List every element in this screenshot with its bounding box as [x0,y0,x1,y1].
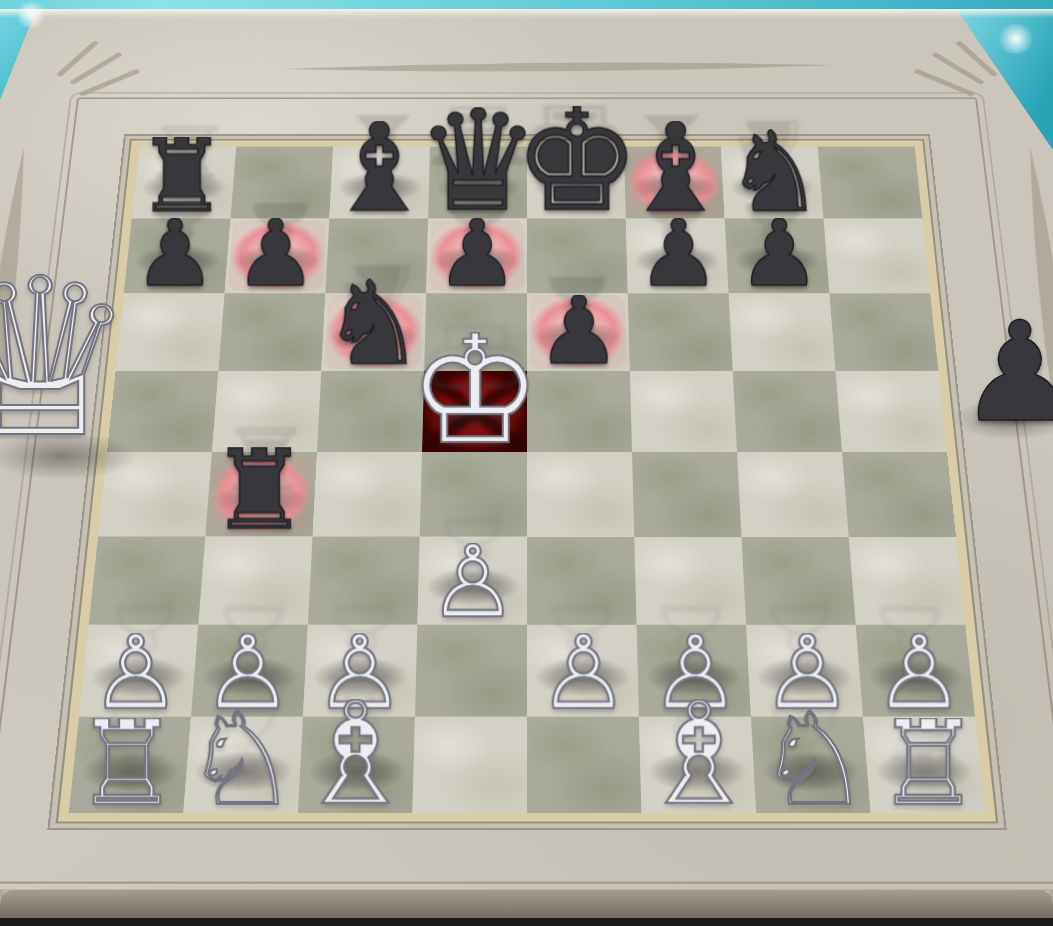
square-e6[interactable]: ♟♟ [527,293,630,371]
table-glint-right [996,24,1036,54]
square-d7[interactable]: ♟♟ [426,218,527,293]
background-top-strip [0,0,1053,9]
black-pawn-piece[interactable]: ♟ [234,218,317,290]
square-c1[interactable]: ♗♗ [298,717,415,813]
white-pawn-piece[interactable]: ♙ [537,633,629,713]
square-f1[interactable]: ♗♗ [639,717,756,813]
square-a7[interactable]: ♟♟ [124,218,231,293]
square-f7[interactable]: ♟♟ [626,218,729,293]
square-g5[interactable] [733,371,842,452]
square-b3[interactable] [198,537,312,625]
board-frame: ♜♜♝♝♛♛♚♚♝♝♞♞♟♟♟♟♟♟♟♟♟♟♞♞♟♟♔♔♜♜♙♙♙♙♙♙♙♙♙♙… [56,139,999,823]
table-glint-left [14,2,48,28]
square-h6[interactable] [829,293,938,371]
black-pawn-piece[interactable]: ♟ [435,218,518,290]
game-table: ♜♜♝♝♛♛♚♚♝♝♞♞♟♟♟♟♟♟♟♟♟♟♞♞♟♟♔♔♜♜♙♙♙♙♙♙♙♙♙♙… [0,0,1053,926]
square-b7[interactable]: ♟♟ [225,218,330,293]
square-d3[interactable]: ♙♙ [417,537,527,625]
table-top-bevel [0,9,1053,18]
table-under-shadow [0,918,1053,926]
square-d1[interactable] [412,717,527,813]
table-front-edge [0,890,1053,920]
square-g3[interactable] [741,537,855,625]
square-g4[interactable] [737,452,849,537]
chess-board: ♜♜♝♝♛♛♚♚♝♝♞♞♟♟♟♟♟♟♟♟♟♟♞♞♟♟♔♔♜♜♙♙♙♙♙♙♙♙♙♙… [69,147,985,814]
square-d2[interactable] [415,625,527,717]
square-g6[interactable] [729,293,836,371]
white-bishop-piece[interactable]: ♗ [292,699,419,810]
square-f3[interactable] [634,537,746,625]
square-d5[interactable]: ♔♔ [422,371,527,452]
white-pawn-piece[interactable]: ♙ [427,543,517,621]
square-f5[interactable] [630,371,737,452]
square-e2[interactable]: ♙♙ [527,625,639,717]
square-h4[interactable] [842,452,956,537]
black-rook-piece[interactable]: ♜ [210,447,309,533]
black-pawn-piece[interactable]: ♟ [536,295,620,368]
square-b1[interactable]: ♘♘ [183,717,303,813]
square-h3[interactable] [849,537,966,625]
white-knight-piece[interactable]: ♘ [755,709,870,809]
captured-white-queen: ♕ [0,272,137,922]
square-e4[interactable] [527,452,634,537]
square-e5[interactable] [527,371,632,452]
square-h8[interactable] [818,147,923,219]
black-pawn-piece[interactable]: ♟ [738,218,821,290]
square-f6[interactable] [628,293,733,371]
square-c4[interactable] [313,452,422,537]
captured-black-pawn: ♟ [958,318,1053,922]
square-b4[interactable]: ♜♜ [205,452,317,537]
square-c3[interactable] [308,537,420,625]
square-f4[interactable] [632,452,741,537]
white-bishop-piece[interactable]: ♗ [635,699,762,810]
square-h5[interactable] [836,371,947,452]
game-window: ♜♜♝♝♛♛♚♚♝♝♞♞♟♟♟♟♟♟♟♟♟♟♞♞♟♟♔♔♜♜♙♙♙♙♙♙♙♙♙♙… [0,0,1053,926]
black-pawn-piece[interactable]: ♟ [637,218,720,290]
square-h7[interactable] [823,218,930,293]
square-b6[interactable] [218,293,325,371]
scene-3d: ♜♜♝♝♛♛♚♚♝♝♞♞♟♟♟♟♟♟♟♟♟♟♞♞♟♟♔♔♜♜♙♙♙♙♙♙♙♙♙♙… [0,0,1053,926]
square-e8[interactable]: ♚♚ [527,147,626,219]
white-knight-piece[interactable]: ♘ [183,709,298,809]
white-king-piece[interactable]: ♔ [407,332,541,449]
square-e1[interactable] [527,717,642,813]
square-e3[interactable] [527,537,637,625]
square-g7[interactable]: ♟♟ [725,218,830,293]
square-g1[interactable]: ♘♘ [751,717,871,813]
black-pawn-piece[interactable]: ♟ [133,218,216,290]
